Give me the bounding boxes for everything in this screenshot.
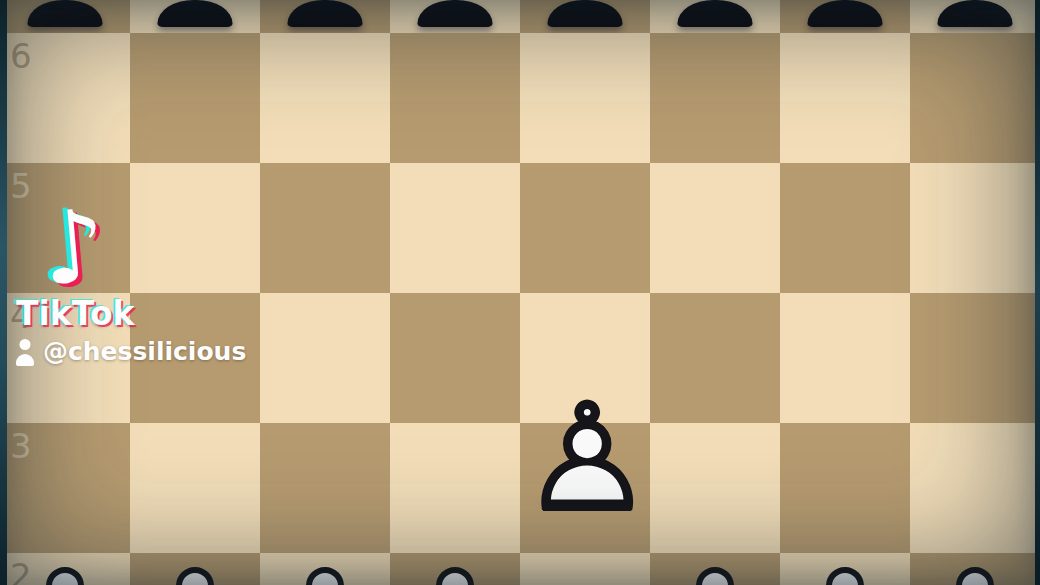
square-h4[interactable]	[910, 293, 1040, 423]
square-b5[interactable]	[130, 163, 260, 293]
square-a3[interactable]: 3	[0, 423, 130, 553]
square-c2[interactable]	[260, 553, 390, 585]
rank-label-3: 3	[10, 429, 32, 463]
white-pawn-h2[interactable]	[956, 567, 994, 585]
chess-board: 6543♟♙2	[0, 0, 1040, 585]
white-pawn-f2[interactable]	[696, 567, 734, 585]
rank-label-5: 5	[10, 169, 32, 203]
square-h3[interactable]	[910, 423, 1040, 553]
square-c4[interactable]	[260, 293, 390, 423]
square-f4[interactable]	[650, 293, 780, 423]
square-d6[interactable]	[390, 33, 520, 163]
white-pawn-d2[interactable]	[436, 567, 474, 585]
square-a6[interactable]: 6	[0, 33, 130, 163]
square-b4[interactable]	[130, 293, 260, 423]
square-a2[interactable]: 2	[0, 553, 130, 585]
square-c3[interactable]	[260, 423, 390, 553]
square-d4[interactable]	[390, 293, 520, 423]
white-pawn-c2[interactable]	[306, 567, 344, 585]
square-c5[interactable]	[260, 163, 390, 293]
square-e5[interactable]	[520, 163, 650, 293]
black-pawn-h7[interactable]	[938, 0, 1013, 27]
square-g4[interactable]	[780, 293, 910, 423]
video-frame: 6543♟♙2 ♪ TikTok @chessilicious	[0, 0, 1040, 585]
rank-label-2: 2	[10, 559, 32, 585]
rank-label-6: 6	[10, 39, 32, 73]
square-d5[interactable]	[390, 163, 520, 293]
black-pawn-b7[interactable]	[158, 0, 233, 27]
square-h7[interactable]	[910, 0, 1040, 33]
black-pawn-e7[interactable]	[548, 0, 623, 27]
square-g7[interactable]	[780, 0, 910, 33]
square-f2[interactable]	[650, 553, 780, 585]
square-e6[interactable]	[520, 33, 650, 163]
square-d3[interactable]	[390, 423, 520, 553]
square-f7[interactable]	[650, 0, 780, 33]
square-f6[interactable]	[650, 33, 780, 163]
pawn-outline: ♙	[520, 386, 650, 531]
square-b7[interactable]	[130, 0, 260, 33]
square-f3[interactable]	[650, 423, 780, 553]
white-pawn-g2[interactable]	[826, 567, 864, 585]
square-b3[interactable]	[130, 423, 260, 553]
square-h6[interactable]	[910, 33, 1040, 163]
black-pawn-g7[interactable]	[808, 0, 883, 27]
square-d7[interactable]	[390, 0, 520, 33]
black-pawn-f7[interactable]	[678, 0, 753, 27]
square-c7[interactable]	[260, 0, 390, 33]
square-g3[interactable]	[780, 423, 910, 553]
black-pawn-a7[interactable]	[28, 0, 103, 27]
square-e7[interactable]	[520, 0, 650, 33]
white-pawn-a2[interactable]	[46, 567, 84, 585]
square-g6[interactable]	[780, 33, 910, 163]
square-d2[interactable]	[390, 553, 520, 585]
black-pawn-c7[interactable]	[288, 0, 363, 27]
square-g5[interactable]	[780, 163, 910, 293]
square-a4[interactable]: 4	[0, 293, 130, 423]
rank-label-4: 4	[10, 299, 32, 333]
square-a5[interactable]: 5	[0, 163, 130, 293]
square-e2[interactable]	[520, 553, 650, 585]
square-c6[interactable]	[260, 33, 390, 163]
white-pawn-e3[interactable]: ♟♙	[520, 386, 650, 531]
square-a7[interactable]	[0, 0, 130, 33]
black-pawn-d7[interactable]	[418, 0, 493, 27]
square-e3[interactable]: ♟♙	[520, 423, 650, 553]
square-h5[interactable]	[910, 163, 1040, 293]
square-g2[interactable]	[780, 553, 910, 585]
square-f5[interactable]	[650, 163, 780, 293]
square-b2[interactable]	[130, 553, 260, 585]
square-b6[interactable]	[130, 33, 260, 163]
square-h2[interactable]	[910, 553, 1040, 585]
white-pawn-b2[interactable]	[176, 567, 214, 585]
